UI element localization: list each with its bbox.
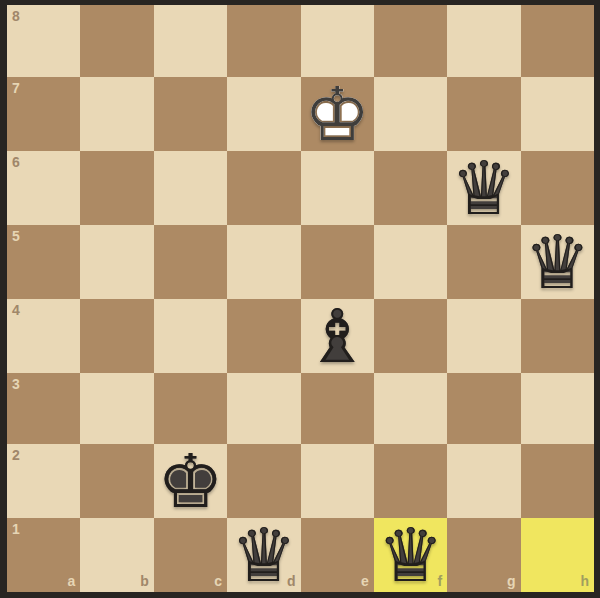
chess-board: 87♚♔6♛♕5♛♕4♝♗32♚♔1abcd♛♕ef♛♕gh: [7, 5, 594, 592]
square-g1[interactable]: g: [447, 518, 520, 592]
square-f3[interactable]: [374, 373, 447, 445]
black-bishop[interactable]: ♝♗: [301, 299, 374, 373]
square-f6[interactable]: [374, 151, 447, 225]
square-c6[interactable]: [154, 151, 227, 225]
square-c4[interactable]: [154, 299, 227, 373]
black-queen[interactable]: ♛♕: [447, 151, 520, 225]
square-c8[interactable]: [154, 5, 227, 77]
square-h8[interactable]: [521, 5, 594, 77]
square-g5[interactable]: [447, 225, 520, 299]
square-f8[interactable]: [374, 5, 447, 77]
white-king-outline-icon: ♔: [304, 77, 370, 151]
black-queen-outline-icon: ♕: [231, 518, 297, 592]
square-c3[interactable]: [154, 373, 227, 445]
square-h7[interactable]: [521, 77, 594, 151]
square-e3[interactable]: [301, 373, 374, 445]
black-king-outline-icon: ♔: [157, 444, 223, 518]
square-h4[interactable]: [521, 299, 594, 373]
square-a1[interactable]: 1a: [7, 518, 80, 592]
file-label-b: b: [140, 574, 149, 588]
black-bishop-outline-icon: ♗: [304, 299, 370, 373]
square-a7[interactable]: 7: [7, 77, 80, 151]
square-h5[interactable]: ♛♕: [521, 225, 594, 299]
square-b7[interactable]: [80, 77, 153, 151]
square-a5[interactable]: 5: [7, 225, 80, 299]
square-a2[interactable]: 2: [7, 444, 80, 518]
black-king[interactable]: ♚♔: [154, 444, 227, 518]
square-b3[interactable]: [80, 373, 153, 445]
white-king[interactable]: ♚♔: [301, 77, 374, 151]
black-queen-outline-icon: ♕: [451, 151, 517, 225]
square-c2[interactable]: ♚♔: [154, 444, 227, 518]
rank-label-8: 8: [12, 9, 20, 23]
square-h3[interactable]: [521, 373, 594, 445]
file-label-c: c: [214, 574, 222, 588]
square-f1[interactable]: f♛♕: [374, 518, 447, 592]
black-queen[interactable]: ♛♕: [521, 225, 594, 299]
square-d7[interactable]: [227, 77, 300, 151]
file-label-g: g: [507, 574, 516, 588]
page-background: 87♚♔6♛♕5♛♕4♝♗32♚♔1abcd♛♕ef♛♕gh: [0, 0, 600, 598]
square-a4[interactable]: 4: [7, 299, 80, 373]
square-e6[interactable]: [301, 151, 374, 225]
square-e4[interactable]: ♝♗: [301, 299, 374, 373]
square-d6[interactable]: [227, 151, 300, 225]
square-g4[interactable]: [447, 299, 520, 373]
rank-label-5: 5: [12, 229, 20, 243]
rank-label-1: 1: [12, 522, 20, 536]
square-g6[interactable]: ♛♕: [447, 151, 520, 225]
square-d4[interactable]: [227, 299, 300, 373]
square-e8[interactable]: [301, 5, 374, 77]
square-f7[interactable]: [374, 77, 447, 151]
square-b6[interactable]: [80, 151, 153, 225]
square-b5[interactable]: [80, 225, 153, 299]
square-d3[interactable]: [227, 373, 300, 445]
rank-label-7: 7: [12, 81, 20, 95]
square-h2[interactable]: [521, 444, 594, 518]
file-label-e: e: [361, 574, 369, 588]
square-b1[interactable]: b: [80, 518, 153, 592]
square-c1[interactable]: c: [154, 518, 227, 592]
square-a3[interactable]: 3: [7, 373, 80, 445]
square-g2[interactable]: [447, 444, 520, 518]
square-h1[interactable]: h: [521, 518, 594, 592]
file-label-a: a: [68, 574, 76, 588]
square-c7[interactable]: [154, 77, 227, 151]
square-c5[interactable]: [154, 225, 227, 299]
black-queen[interactable]: ♛♕: [374, 518, 447, 592]
square-h6[interactable]: [521, 151, 594, 225]
square-f2[interactable]: [374, 444, 447, 518]
square-f4[interactable]: [374, 299, 447, 373]
rank-label-2: 2: [12, 448, 20, 462]
square-g7[interactable]: [447, 77, 520, 151]
square-b8[interactable]: [80, 5, 153, 77]
square-e7[interactable]: ♚♔: [301, 77, 374, 151]
square-b2[interactable]: [80, 444, 153, 518]
square-f5[interactable]: [374, 225, 447, 299]
square-d5[interactable]: [227, 225, 300, 299]
rank-label-6: 6: [12, 155, 20, 169]
square-g8[interactable]: [447, 5, 520, 77]
square-e2[interactable]: [301, 444, 374, 518]
square-a6[interactable]: 6: [7, 151, 80, 225]
square-b4[interactable]: [80, 299, 153, 373]
square-a8[interactable]: 8: [7, 5, 80, 77]
black-queen-outline-icon: ♕: [524, 225, 590, 299]
rank-label-3: 3: [12, 377, 20, 391]
black-queen[interactable]: ♛♕: [227, 518, 300, 592]
rank-label-4: 4: [12, 303, 20, 317]
square-d8[interactable]: [227, 5, 300, 77]
square-e5[interactable]: [301, 225, 374, 299]
black-queen-outline-icon: ♕: [377, 518, 443, 592]
file-label-h: h: [580, 574, 589, 588]
square-g3[interactable]: [447, 373, 520, 445]
square-d2[interactable]: [227, 444, 300, 518]
square-e1[interactable]: e: [301, 518, 374, 592]
square-d1[interactable]: d♛♕: [227, 518, 300, 592]
